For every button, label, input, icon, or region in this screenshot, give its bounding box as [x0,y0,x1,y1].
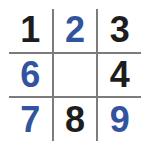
cell-r1c0[interactable]: 6 [9,54,52,97]
cell-r2c0[interactable]: 7 [9,98,52,141]
cell-r1c1[interactable] [54,54,97,97]
cell-r0c1[interactable]: 2 [54,9,97,52]
sudoku-board: 1 2 3 6 4 7 8 9 [9,9,141,141]
cell-r2c2[interactable]: 9 [98,98,141,141]
cell-r2c1[interactable]: 8 [54,98,97,141]
cell-r0c0[interactable]: 1 [9,9,52,52]
cell-r1c2[interactable]: 4 [98,54,141,97]
sudoku-diagram: 1 2 3 6 4 7 8 9 [0,0,150,150]
cell-r0c2[interactable]: 3 [98,9,141,52]
